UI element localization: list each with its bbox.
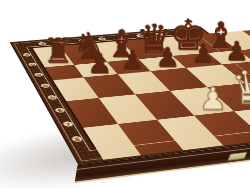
dark-pawn[interactable]: ♟	[87, 50, 112, 76]
dark-pawn[interactable]: ♟	[121, 48, 146, 74]
product-photo: ✿✿✿✿✿✿✿✿ ✿✿✿✿✿678 HGFE✿✿✿✿ ✿✿✿✿✿✿✿✿ ♜♞♝♛…	[0, 0, 250, 188]
rosette-ornament-icon: ✿	[45, 94, 59, 100]
coordinate-medallion: 7	[60, 120, 75, 127]
light-pawn[interactable]: ♟	[199, 85, 227, 115]
dark-rook[interactable]: ♜	[43, 35, 74, 67]
rosette-ornament-icon: ✿	[32, 72, 45, 77]
rosette-ornament-icon: ✿	[39, 82, 52, 88]
dark-pawn[interactable]: ♟	[191, 42, 215, 68]
brass-clasp-icon	[228, 152, 248, 161]
light-queen[interactable]: ♛	[231, 65, 250, 111]
square[interactable]: ♟	[170, 87, 234, 115]
coordinate-medallion: 6	[53, 107, 67, 114]
coordinate-medallion: 8	[69, 135, 85, 143]
board-grid[interactable]: ♜♞♝♛♚♝♜♟♟♟♟♟♟♟♞♟♛♞♝♟♝♚	[33, 35, 250, 149]
square[interactable]: ♜	[33, 46, 74, 67]
rosette-ornament-icon: ✿	[26, 62, 38, 67]
rosette-ornament-icon: ✿	[21, 52, 33, 57]
dark-pawn[interactable]: ♟	[155, 45, 179, 71]
